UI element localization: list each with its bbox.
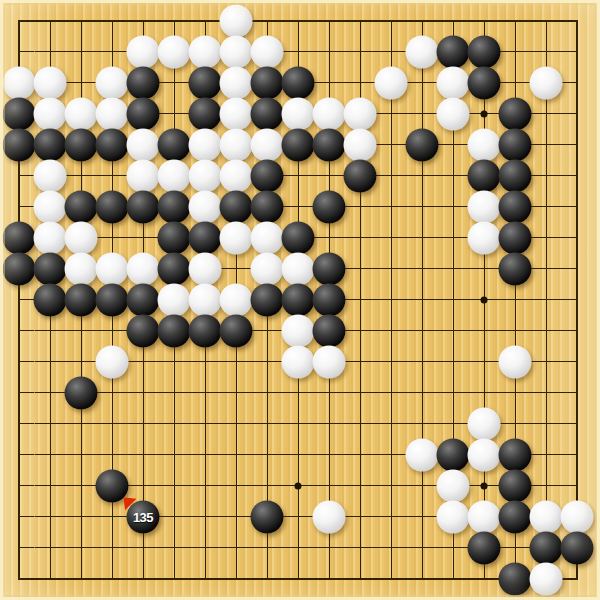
intersection[interactable] [376,5,407,36]
intersection[interactable] [345,191,376,222]
intersection[interactable] [283,191,314,222]
intersection[interactable] [376,36,407,67]
intersection[interactable] [345,501,376,532]
intersection[interactable] [438,160,469,191]
intersection[interactable] [4,470,35,501]
intersection[interactable] [345,315,376,346]
intersection[interactable] [35,191,66,222]
intersection[interactable] [376,563,407,594]
intersection[interactable] [221,284,252,315]
intersection[interactable] [252,36,283,67]
intersection[interactable] [500,377,531,408]
intersection[interactable] [97,470,128,501]
intersection[interactable] [314,160,345,191]
intersection[interactable] [469,408,500,439]
intersection[interactable] [562,377,593,408]
intersection[interactable] [190,346,221,377]
intersection[interactable] [531,408,562,439]
intersection[interactable] [128,470,159,501]
intersection[interactable] [407,532,438,563]
intersection[interactable] [283,439,314,470]
intersection[interactable] [345,563,376,594]
intersection[interactable] [97,563,128,594]
intersection[interactable] [35,284,66,315]
intersection[interactable] [159,501,190,532]
intersection[interactable] [128,98,159,129]
intersection[interactable]: 135 [128,501,159,532]
intersection[interactable] [35,36,66,67]
intersection[interactable] [97,501,128,532]
intersection[interactable] [159,346,190,377]
intersection[interactable] [562,36,593,67]
intersection[interactable] [252,67,283,98]
intersection[interactable] [500,501,531,532]
intersection[interactable] [438,253,469,284]
intersection[interactable] [531,5,562,36]
intersection[interactable] [221,36,252,67]
intersection[interactable] [35,129,66,160]
intersection[interactable] [221,222,252,253]
intersection[interactable] [531,346,562,377]
intersection[interactable] [190,315,221,346]
intersection[interactable] [159,36,190,67]
intersection[interactable] [314,377,345,408]
intersection[interactable] [66,160,97,191]
intersection[interactable] [345,408,376,439]
intersection[interactable] [500,5,531,36]
intersection[interactable] [500,284,531,315]
intersection[interactable] [221,191,252,222]
intersection[interactable] [4,98,35,129]
intersection[interactable] [314,129,345,160]
intersection[interactable] [376,470,407,501]
intersection[interactable] [531,563,562,594]
intersection[interactable] [66,470,97,501]
intersection[interactable] [438,284,469,315]
intersection[interactable] [283,67,314,98]
intersection[interactable] [562,160,593,191]
intersection[interactable] [221,532,252,563]
intersection[interactable] [252,532,283,563]
intersection[interactable] [438,36,469,67]
intersection[interactable] [345,377,376,408]
intersection[interactable] [128,284,159,315]
intersection[interactable] [562,563,593,594]
intersection[interactable] [314,67,345,98]
intersection[interactable] [190,5,221,36]
intersection[interactable] [438,532,469,563]
intersection[interactable] [190,532,221,563]
intersection[interactable] [35,532,66,563]
intersection[interactable] [283,129,314,160]
intersection[interactable] [159,222,190,253]
intersection[interactable] [345,160,376,191]
intersection[interactable] [66,408,97,439]
intersection[interactable] [314,563,345,594]
intersection[interactable] [438,470,469,501]
intersection[interactable] [221,408,252,439]
intersection[interactable] [283,532,314,563]
intersection[interactable] [562,222,593,253]
intersection[interactable] [66,315,97,346]
intersection[interactable] [562,191,593,222]
intersection[interactable] [469,191,500,222]
intersection[interactable] [4,501,35,532]
intersection[interactable] [283,563,314,594]
intersection[interactable] [469,470,500,501]
intersection[interactable] [531,501,562,532]
intersection[interactable] [438,408,469,439]
intersection[interactable] [4,36,35,67]
intersection[interactable] [252,563,283,594]
intersection[interactable] [345,284,376,315]
intersection[interactable] [407,501,438,532]
intersection[interactable] [4,346,35,377]
intersection[interactable] [469,67,500,98]
intersection[interactable] [221,470,252,501]
intersection[interactable] [531,98,562,129]
intersection[interactable] [128,36,159,67]
intersection[interactable] [376,160,407,191]
intersection[interactable] [128,67,159,98]
intersection[interactable] [376,532,407,563]
intersection[interactable] [500,253,531,284]
intersection[interactable] [97,129,128,160]
intersection[interactable] [4,129,35,160]
intersection[interactable] [97,191,128,222]
intersection[interactable] [469,98,500,129]
intersection[interactable] [35,253,66,284]
intersection[interactable] [4,67,35,98]
intersection[interactable] [500,160,531,191]
intersection[interactable] [190,377,221,408]
intersection[interactable] [314,284,345,315]
intersection[interactable] [128,346,159,377]
intersection[interactable] [407,377,438,408]
intersection[interactable] [221,129,252,160]
intersection[interactable] [221,253,252,284]
intersection[interactable] [314,315,345,346]
intersection[interactable] [345,346,376,377]
intersection[interactable] [562,253,593,284]
intersection[interactable] [438,98,469,129]
intersection[interactable] [531,129,562,160]
intersection[interactable] [500,439,531,470]
intersection[interactable] [4,253,35,284]
intersection[interactable] [438,222,469,253]
intersection[interactable] [345,5,376,36]
intersection[interactable] [314,98,345,129]
intersection[interactable] [128,439,159,470]
intersection[interactable] [221,563,252,594]
intersection[interactable] [190,439,221,470]
intersection[interactable] [66,377,97,408]
intersection[interactable] [221,501,252,532]
intersection[interactable] [531,315,562,346]
intersection[interactable] [283,36,314,67]
intersection[interactable] [438,439,469,470]
intersection[interactable] [531,67,562,98]
intersection[interactable] [159,563,190,594]
intersection[interactable] [283,222,314,253]
intersection[interactable] [66,439,97,470]
intersection[interactable] [128,377,159,408]
intersection[interactable] [562,439,593,470]
intersection[interactable] [97,98,128,129]
intersection[interactable] [221,377,252,408]
intersection[interactable] [314,470,345,501]
intersection[interactable] [159,439,190,470]
intersection[interactable] [500,315,531,346]
intersection[interactable] [190,408,221,439]
intersection[interactable] [159,284,190,315]
intersection[interactable] [500,222,531,253]
intersection[interactable] [469,129,500,160]
intersection[interactable] [438,315,469,346]
intersection[interactable] [283,470,314,501]
intersection[interactable] [314,5,345,36]
intersection[interactable] [407,470,438,501]
intersection[interactable] [97,346,128,377]
intersection[interactable] [97,36,128,67]
intersection[interactable] [66,563,97,594]
intersection[interactable] [35,501,66,532]
intersection[interactable] [97,408,128,439]
intersection[interactable] [4,160,35,191]
intersection[interactable] [221,315,252,346]
intersection[interactable] [562,67,593,98]
intersection[interactable] [97,67,128,98]
intersection[interactable] [190,501,221,532]
intersection[interactable] [438,563,469,594]
intersection[interactable] [252,501,283,532]
intersection[interactable] [252,470,283,501]
intersection[interactable] [314,532,345,563]
intersection[interactable] [283,377,314,408]
intersection[interactable] [469,5,500,36]
intersection[interactable] [531,532,562,563]
intersection[interactable] [283,408,314,439]
intersection[interactable] [159,67,190,98]
intersection[interactable] [190,470,221,501]
intersection[interactable] [35,160,66,191]
intersection[interactable] [407,439,438,470]
intersection[interactable] [500,470,531,501]
intersection[interactable] [66,5,97,36]
intersection[interactable] [66,501,97,532]
intersection[interactable] [376,129,407,160]
intersection[interactable] [35,98,66,129]
intersection[interactable] [562,284,593,315]
intersection[interactable] [531,253,562,284]
intersection[interactable] [314,191,345,222]
intersection[interactable] [190,67,221,98]
intersection[interactable] [376,377,407,408]
intersection[interactable] [128,408,159,439]
intersection[interactable] [376,346,407,377]
intersection[interactable] [438,346,469,377]
intersection[interactable] [190,563,221,594]
intersection[interactable] [345,67,376,98]
intersection[interactable] [4,222,35,253]
intersection[interactable] [562,5,593,36]
intersection[interactable] [35,315,66,346]
intersection[interactable] [35,5,66,36]
intersection[interactable] [4,377,35,408]
intersection[interactable] [66,36,97,67]
intersection[interactable] [407,191,438,222]
intersection[interactable] [66,67,97,98]
intersection[interactable] [376,501,407,532]
intersection[interactable] [159,5,190,36]
intersection[interactable] [283,346,314,377]
intersection[interactable] [345,222,376,253]
intersection[interactable] [4,191,35,222]
intersection[interactable] [314,346,345,377]
intersection[interactable] [407,315,438,346]
intersection[interactable] [252,222,283,253]
intersection[interactable] [562,98,593,129]
intersection[interactable] [469,346,500,377]
intersection[interactable] [159,470,190,501]
intersection[interactable] [438,501,469,532]
intersection[interactable] [469,501,500,532]
intersection[interactable] [283,160,314,191]
intersection[interactable] [252,346,283,377]
intersection[interactable] [438,129,469,160]
intersection[interactable] [66,222,97,253]
intersection[interactable] [531,439,562,470]
intersection[interactable] [97,5,128,36]
intersection[interactable] [500,129,531,160]
intersection[interactable] [190,191,221,222]
intersection[interactable] [469,439,500,470]
intersection[interactable] [407,160,438,191]
intersection[interactable] [190,284,221,315]
intersection[interactable] [562,408,593,439]
intersection[interactable] [314,439,345,470]
intersection[interactable] [4,408,35,439]
intersection[interactable] [376,408,407,439]
intersection[interactable] [221,439,252,470]
intersection[interactable] [500,532,531,563]
intersection[interactable] [531,36,562,67]
intersection[interactable] [252,408,283,439]
intersection[interactable] [531,160,562,191]
intersection[interactable] [252,315,283,346]
intersection[interactable] [562,129,593,160]
intersection[interactable] [252,160,283,191]
intersection[interactable] [438,5,469,36]
intersection[interactable] [252,377,283,408]
intersection[interactable] [407,36,438,67]
intersection[interactable] [66,191,97,222]
intersection[interactable] [221,67,252,98]
intersection[interactable] [407,222,438,253]
intersection[interactable] [345,253,376,284]
intersection[interactable] [128,563,159,594]
intersection[interactable] [438,67,469,98]
intersection[interactable] [407,346,438,377]
intersection[interactable] [500,36,531,67]
intersection[interactable] [407,5,438,36]
intersection[interactable] [66,253,97,284]
intersection[interactable] [35,346,66,377]
intersection[interactable] [283,98,314,129]
intersection[interactable] [562,501,593,532]
intersection[interactable] [469,284,500,315]
intersection[interactable] [97,253,128,284]
intersection[interactable] [531,191,562,222]
intersection[interactable] [128,191,159,222]
intersection[interactable] [97,532,128,563]
intersection[interactable] [407,408,438,439]
intersection[interactable] [314,253,345,284]
intersection[interactable] [376,439,407,470]
intersection[interactable] [252,191,283,222]
intersection[interactable] [500,408,531,439]
intersection[interactable] [376,67,407,98]
intersection[interactable] [376,191,407,222]
intersection[interactable] [500,98,531,129]
intersection[interactable] [531,222,562,253]
intersection[interactable] [66,284,97,315]
intersection[interactable] [314,36,345,67]
intersection[interactable] [159,129,190,160]
intersection[interactable] [407,563,438,594]
intersection[interactable] [438,191,469,222]
intersection[interactable] [159,532,190,563]
intersection[interactable] [345,470,376,501]
intersection[interactable] [469,36,500,67]
intersection[interactable] [128,532,159,563]
intersection[interactable] [562,315,593,346]
intersection[interactable] [376,222,407,253]
intersection[interactable] [469,315,500,346]
intersection[interactable] [190,36,221,67]
intersection[interactable] [469,253,500,284]
intersection[interactable] [345,98,376,129]
intersection[interactable] [314,222,345,253]
intersection[interactable] [66,98,97,129]
intersection[interactable] [97,160,128,191]
intersection[interactable] [407,129,438,160]
intersection[interactable] [562,532,593,563]
intersection[interactable] [128,222,159,253]
intersection[interactable] [252,253,283,284]
intersection[interactable] [314,501,345,532]
intersection[interactable] [4,563,35,594]
intersection[interactable] [531,470,562,501]
intersection[interactable] [252,98,283,129]
intersection[interactable] [35,377,66,408]
intersection[interactable] [66,532,97,563]
intersection[interactable] [500,67,531,98]
intersection[interactable] [35,563,66,594]
intersection[interactable] [531,377,562,408]
intersection[interactable] [252,439,283,470]
intersection[interactable] [283,315,314,346]
intersection[interactable] [35,408,66,439]
intersection[interactable] [252,129,283,160]
intersection[interactable] [314,408,345,439]
intersection[interactable] [190,98,221,129]
intersection[interactable] [283,284,314,315]
intersection[interactable] [159,408,190,439]
intersection[interactable] [4,532,35,563]
intersection[interactable] [407,67,438,98]
intersection[interactable] [97,284,128,315]
